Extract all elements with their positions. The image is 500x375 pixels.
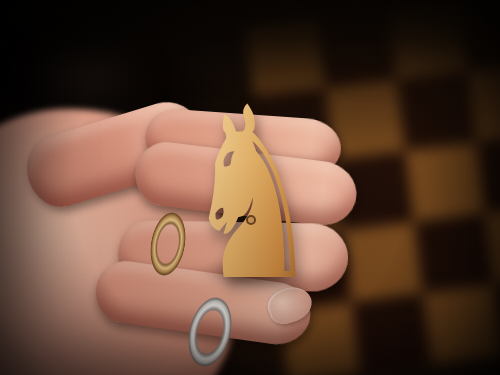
photo-scene: ♞ xyxy=(0,0,500,375)
vignette xyxy=(0,0,500,375)
